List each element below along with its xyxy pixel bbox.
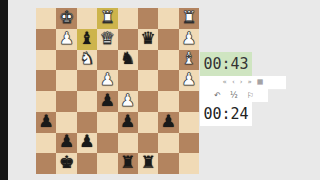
square-r3c8[interactable]: ♝ [179,50,199,71]
black-bishop-piece[interactable]: ♝ [79,30,94,47]
black-pawn-piece[interactable]: ♟ [100,92,115,109]
white-pawn-piece[interactable]: ♟ [59,30,74,47]
square-r5c8[interactable] [179,91,199,112]
square-r8c1[interactable] [36,153,56,174]
square-r8c4[interactable] [97,153,117,174]
square-r1c8[interactable]: ♜ [179,8,199,29]
square-r1c7[interactable] [158,8,178,29]
black-queen-piece[interactable]: ♛ [140,30,155,47]
square-r1c2[interactable]: ♚ [56,8,76,29]
square-r4c2[interactable] [56,70,76,91]
white-queen-piece[interactable]: ♛ [100,30,115,47]
square-r3c5[interactable]: ♞ [118,50,138,71]
square-r3c4[interactable] [97,50,117,71]
white-pawn-piece[interactable]: ♟ [100,71,115,88]
black-pawn-piece[interactable]: ♟ [79,133,94,150]
square-r4c5[interactable] [118,70,138,91]
square-r7c2[interactable]: ♟ [56,133,76,154]
game-actions-toolbar[interactable]: ↶½⚐ [200,89,268,102]
left-edge-vignette [0,0,8,180]
square-r2c6[interactable]: ♛ [138,29,158,50]
square-r5c7[interactable] [158,91,178,112]
square-r8c2[interactable]: ♚ [56,153,76,174]
black-pawn-piece[interactable]: ♟ [161,113,176,130]
chess-board[interactable]: ♚♜♜♟♝♛♛♟♞♞♝♟♟♟♟♟♟♟♟♟♚♜♜ [36,8,199,174]
square-r7c7[interactable] [158,133,178,154]
square-r3c3[interactable]: ♞ [77,50,97,71]
last-move-icon[interactable]: » [248,79,252,86]
square-r5c2[interactable] [56,91,76,112]
square-r3c1[interactable] [36,50,56,71]
square-r7c4[interactable] [97,133,117,154]
square-r5c6[interactable] [138,91,158,112]
square-r4c1[interactable] [36,70,56,91]
black-pawn-piece[interactable]: ♟ [120,113,135,130]
white-bishop-piece[interactable]: ♝ [181,50,196,67]
opponent-clock: 00:43 [200,52,252,76]
square-r8c7[interactable] [158,153,178,174]
move-navigation-toolbar[interactable]: «‹›»▦ [200,76,286,90]
white-pawn-piece[interactable]: ♟ [181,71,196,88]
square-r1c4[interactable]: ♜ [97,8,117,29]
square-r2c1[interactable] [36,29,56,50]
square-r6c2[interactable] [56,112,76,133]
game-screen: ♚♜♜♟♝♛♛♟♞♞♝♟♟♟♟♟♟♟♟♟♚♜♜ 00:43 «‹›»▦ ↶½⚐ … [0,0,320,180]
square-r8c6[interactable]: ♜ [138,153,158,174]
square-r3c7[interactable] [158,50,178,71]
resign-flag-icon[interactable]: ⚐ [247,92,254,100]
square-r2c7[interactable] [158,29,178,50]
takeback-icon[interactable]: ↶ [214,92,221,100]
black-king-piece[interactable]: ♚ [59,154,74,171]
square-r4c4[interactable]: ♟ [97,70,117,91]
square-r1c5[interactable] [118,8,138,29]
black-knight-piece[interactable]: ♞ [120,50,135,67]
square-r3c6[interactable] [138,50,158,71]
square-r6c6[interactable] [138,112,158,133]
white-rook-piece[interactable]: ♜ [181,9,196,26]
square-r8c8[interactable] [179,153,199,174]
square-r5c4[interactable]: ♟ [97,91,117,112]
square-r7c8[interactable] [179,133,199,154]
square-r6c5[interactable]: ♟ [118,112,138,133]
square-r6c4[interactable] [97,112,117,133]
square-r4c6[interactable] [138,70,158,91]
square-r4c7[interactable] [158,70,178,91]
square-r8c3[interactable] [77,153,97,174]
square-r4c8[interactable]: ♟ [179,70,199,91]
square-r8c5[interactable]: ♜ [118,153,138,174]
square-r2c2[interactable]: ♟ [56,29,76,50]
square-r5c3[interactable] [77,91,97,112]
black-pawn-piece[interactable]: ♟ [39,113,54,130]
square-r2c5[interactable] [118,29,138,50]
square-r2c3[interactable]: ♝ [77,29,97,50]
white-pawn-piece[interactable]: ♟ [120,92,135,109]
square-r7c1[interactable] [36,133,56,154]
square-r3c2[interactable] [56,50,76,71]
board-view-icon[interactable]: ▦ [257,79,264,86]
player-clock: 00:24 [200,102,252,126]
next-move-icon[interactable]: › [240,79,243,86]
square-r6c7[interactable]: ♟ [158,112,178,133]
square-r2c8[interactable]: ♟ [179,29,199,50]
black-rook-piece[interactable]: ♜ [120,154,135,171]
square-r1c6[interactable] [138,8,158,29]
black-pawn-piece[interactable]: ♟ [59,133,74,150]
square-r7c3[interactable]: ♟ [77,133,97,154]
first-move-icon[interactable]: « [223,79,227,86]
square-r1c1[interactable] [36,8,56,29]
square-r4c3[interactable] [77,70,97,91]
white-pawn-piece[interactable]: ♟ [181,30,196,47]
square-r1c3[interactable] [77,8,97,29]
prev-move-icon[interactable]: ‹ [232,79,235,86]
square-r5c1[interactable] [36,91,56,112]
white-knight-piece[interactable]: ♞ [79,50,94,67]
square-r7c5[interactable] [118,133,138,154]
square-r5c5[interactable]: ♟ [118,91,138,112]
white-king-piece[interactable]: ♚ [59,9,74,26]
white-rook-piece[interactable]: ♜ [100,9,115,26]
square-r6c8[interactable] [179,112,199,133]
square-r6c3[interactable] [77,112,97,133]
square-r6c1[interactable]: ♟ [36,112,56,133]
square-r7c6[interactable] [138,133,158,154]
offer-draw-icon[interactable]: ½ [230,92,238,100]
square-r2c4[interactable]: ♛ [97,29,117,50]
black-rook-piece[interactable]: ♜ [140,154,155,171]
